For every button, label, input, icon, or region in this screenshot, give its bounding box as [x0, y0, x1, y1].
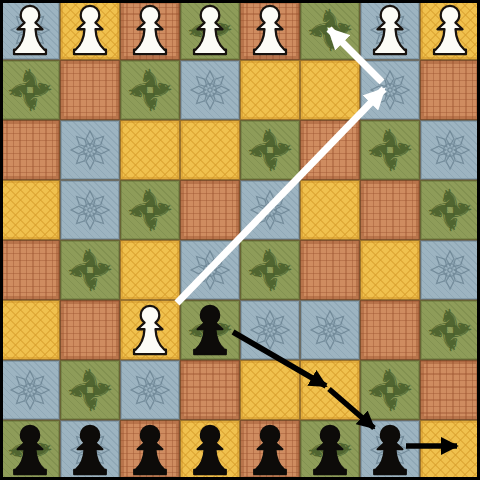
square-f1[interactable]: ♞♞♞♞ [300, 420, 360, 480]
square-e7[interactable] [240, 60, 300, 120]
square-f6[interactable] [300, 120, 360, 180]
square-f5[interactable] [300, 180, 360, 240]
knight-glyph: ♞ [255, 124, 285, 154]
knight-glyph: ♞ [435, 184, 465, 214]
square-c2[interactable] [120, 360, 180, 420]
knight-glyph: ♞ [255, 244, 285, 274]
square-h3[interactable]: ♞♞♞♞ [420, 300, 480, 360]
knight-glyph: ♞ [124, 195, 154, 225]
square-d2[interactable] [180, 360, 240, 420]
knight-glyph: ♞ [124, 75, 154, 105]
square-f2[interactable] [300, 360, 360, 420]
square-a4[interactable] [0, 240, 60, 300]
rosette-motif-icon [4, 364, 56, 416]
square-b6[interactable] [60, 120, 120, 180]
square-d1[interactable] [180, 420, 240, 480]
square-h1[interactable] [420, 420, 480, 480]
knight-glyph: ♞ [135, 184, 165, 214]
rosette-motif-icon [184, 64, 236, 116]
square-b4[interactable]: ♞♞♞♞ [60, 240, 120, 300]
rosette-motif-icon [64, 184, 116, 236]
knight-glyph: ♞ [75, 266, 105, 296]
knight-glyph: ♞ [244, 135, 274, 165]
square-g3[interactable] [360, 300, 420, 360]
knight-glyph: ♞ [75, 386, 105, 416]
rosette-motif-icon [424, 244, 476, 296]
rosette-motif-icon [424, 124, 476, 176]
rosette-motif-icon [244, 304, 296, 356]
square-b7[interactable] [60, 60, 120, 120]
square-c3[interactable] [120, 300, 180, 360]
knight-glyph: ♞ [424, 315, 454, 345]
black-pawn[interactable] [122, 422, 179, 479]
white-pawn[interactable] [182, 2, 239, 59]
white-pawn[interactable] [122, 2, 179, 59]
square-d7[interactable] [180, 60, 240, 120]
knight-glyph: ♞ [435, 326, 465, 356]
square-e2[interactable] [240, 360, 300, 420]
white-pawn[interactable] [62, 2, 119, 59]
knight-glyph: ♞ [4, 75, 34, 105]
white-pawn[interactable] [362, 2, 419, 59]
knight-glyph: ♞ [244, 255, 274, 285]
square-d4[interactable] [180, 240, 240, 300]
square-a1[interactable]: ♞♞♞♞ [0, 420, 60, 480]
knight-glyph: ♞ [135, 64, 165, 94]
knight-pinwheel-motif-icon: ♞♞♞♞ [300, 0, 360, 60]
knight-glyph: ♞ [15, 64, 45, 94]
knight-glyph: ♞ [15, 86, 45, 116]
knight-glyph: ♞ [375, 124, 405, 154]
square-h4[interactable] [420, 240, 480, 300]
square-d3[interactable]: ♞♞♞♞ [180, 300, 240, 360]
knight-glyph: ♞ [435, 206, 465, 236]
square-b3[interactable] [60, 300, 120, 360]
knight-glyph: ♞ [375, 386, 405, 416]
knight-pinwheel-motif-icon: ♞♞♞♞ [60, 240, 120, 300]
square-a5[interactable] [0, 180, 60, 240]
square-g5[interactable] [360, 180, 420, 240]
knight-pinwheel-motif-icon: ♞♞♞♞ [360, 360, 420, 420]
square-g1[interactable] [360, 420, 420, 480]
game-screenshot: ♞♞♞♞♞♞♞♞♞♞♞♞♞♞♞♞♞♞♞♞♞♞♞♞♞♞♞♞♞♞♞♞♞♞♞♞♞♞♞♞… [0, 0, 480, 480]
square-e6[interactable]: ♞♞♞♞ [240, 120, 300, 180]
square-b2[interactable]: ♞♞♞♞ [60, 360, 120, 420]
square-a7[interactable]: ♞♞♞♞ [0, 60, 60, 120]
knight-glyph: ♞ [75, 364, 105, 394]
knight-glyph: ♞ [446, 315, 476, 345]
rosette-motif-icon [184, 244, 236, 296]
square-c8[interactable] [120, 0, 180, 60]
knight-glyph: ♞ [435, 304, 465, 334]
knight-pinwheel-motif-icon: ♞♞♞♞ [240, 240, 300, 300]
knight-glyph: ♞ [326, 15, 356, 45]
knight-glyph: ♞ [75, 244, 105, 274]
knight-glyph: ♞ [304, 15, 334, 45]
square-d8[interactable]: ♞♞♞♞ [180, 0, 240, 60]
black-pawn[interactable] [242, 422, 299, 479]
knight-glyph: ♞ [364, 135, 394, 165]
rosette-motif-icon [304, 304, 356, 356]
knight-pinwheel-motif-icon: ♞♞♞♞ [120, 180, 180, 240]
square-e8[interactable] [240, 0, 300, 60]
knight-glyph: ♞ [86, 375, 116, 405]
knight-glyph: ♞ [315, 4, 345, 34]
black-pawn[interactable] [302, 422, 359, 479]
white-pawn[interactable] [122, 302, 179, 359]
square-h6[interactable] [420, 120, 480, 180]
square-f8[interactable]: ♞♞♞♞ [300, 0, 360, 60]
square-a2[interactable] [0, 360, 60, 420]
square-b1[interactable] [60, 420, 120, 480]
knight-glyph: ♞ [375, 364, 405, 394]
square-b5[interactable] [60, 180, 120, 240]
knight-pinwheel-motif-icon: ♞♞♞♞ [420, 180, 480, 240]
square-h2[interactable] [420, 360, 480, 420]
knight-glyph: ♞ [135, 206, 165, 236]
black-pawn[interactable] [182, 422, 239, 479]
square-c5[interactable]: ♞♞♞♞ [120, 180, 180, 240]
knight-glyph: ♞ [315, 26, 345, 56]
knight-pinwheel-motif-icon: ♞♞♞♞ [420, 300, 480, 360]
knight-pinwheel-motif-icon: ♞♞♞♞ [0, 60, 60, 120]
square-a3[interactable] [0, 300, 60, 360]
square-h8[interactable] [420, 0, 480, 60]
white-pawn[interactable] [242, 2, 299, 59]
square-e4[interactable]: ♞♞♞♞ [240, 240, 300, 300]
knight-glyph: ♞ [146, 195, 176, 225]
square-c1[interactable] [120, 420, 180, 480]
white-pawn[interactable] [2, 2, 59, 59]
square-b8[interactable] [60, 0, 120, 60]
knight-glyph: ♞ [266, 135, 296, 165]
square-d6[interactable] [180, 120, 240, 180]
square-d5[interactable] [180, 180, 240, 240]
square-h5[interactable]: ♞♞♞♞ [420, 180, 480, 240]
knight-glyph: ♞ [266, 255, 296, 285]
knight-glyph: ♞ [446, 195, 476, 225]
knight-glyph: ♞ [375, 146, 405, 176]
square-g7[interactable] [360, 60, 420, 120]
square-f3[interactable] [300, 300, 360, 360]
square-e5[interactable] [240, 180, 300, 240]
knight-pinwheel-motif-icon: ♞♞♞♞ [120, 60, 180, 120]
square-c6[interactable] [120, 120, 180, 180]
knight-glyph: ♞ [26, 75, 56, 105]
knight-glyph: ♞ [64, 255, 94, 285]
knight-glyph: ♞ [386, 375, 416, 405]
rosette-motif-icon [244, 184, 296, 236]
knight-glyph: ♞ [255, 146, 285, 176]
knight-glyph: ♞ [146, 75, 176, 105]
square-c4[interactable] [120, 240, 180, 300]
square-g6[interactable]: ♞♞♞♞ [360, 120, 420, 180]
black-pawn[interactable] [362, 422, 419, 479]
square-f7[interactable] [300, 60, 360, 120]
rosette-motif-icon [64, 124, 116, 176]
white-pawn[interactable] [422, 2, 479, 59]
black-pawn[interactable] [62, 422, 119, 479]
square-a8[interactable] [0, 0, 60, 60]
square-c7[interactable]: ♞♞♞♞ [120, 60, 180, 120]
square-h7[interactable] [420, 60, 480, 120]
knight-pinwheel-motif-icon: ♞♞♞♞ [360, 120, 420, 180]
black-pawn[interactable] [2, 422, 59, 479]
knight-pinwheel-motif-icon: ♞♞♞♞ [60, 360, 120, 420]
knight-glyph: ♞ [386, 135, 416, 165]
square-g8[interactable] [360, 0, 420, 60]
rosette-motif-icon [364, 64, 416, 116]
knight-glyph: ♞ [135, 86, 165, 116]
knight-glyph: ♞ [255, 266, 285, 296]
square-e3[interactable] [240, 300, 300, 360]
square-g4[interactable] [360, 240, 420, 300]
square-f4[interactable] [300, 240, 360, 300]
knight-pinwheel-motif-icon: ♞♞♞♞ [240, 120, 300, 180]
board: ♞♞♞♞♞♞♞♞♞♞♞♞♞♞♞♞♞♞♞♞♞♞♞♞♞♞♞♞♞♞♞♞♞♞♞♞♞♞♞♞… [0, 0, 480, 480]
knight-glyph: ♞ [424, 195, 454, 225]
knight-glyph: ♞ [364, 375, 394, 405]
square-a6[interactable] [0, 120, 60, 180]
black-pawn[interactable] [182, 302, 239, 359]
knight-glyph: ♞ [86, 255, 116, 285]
square-g2[interactable]: ♞♞♞♞ [360, 360, 420, 420]
square-e1[interactable] [240, 420, 300, 480]
knight-glyph: ♞ [64, 375, 94, 405]
rosette-motif-icon [124, 364, 176, 416]
